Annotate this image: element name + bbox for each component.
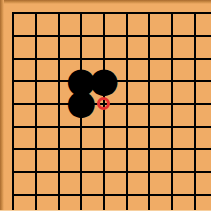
intersection-8-7[interactable] bbox=[161, 138, 184, 161]
intersection-2-5[interactable] bbox=[25, 93, 48, 116]
board-intersections: ●●● bbox=[2, 2, 206, 206]
intersection-7-6[interactable] bbox=[138, 115, 161, 138]
intersection-6-9[interactable] bbox=[115, 183, 138, 206]
go-board-diagram: ●●● bbox=[0, 0, 211, 211]
intersection-7-3[interactable] bbox=[138, 47, 161, 70]
board-frame-top-edge bbox=[0, 0, 211, 4]
intersection-1-5[interactable] bbox=[2, 93, 25, 116]
intersection-9-6[interactable] bbox=[183, 115, 206, 138]
intersection-5-8[interactable] bbox=[93, 161, 116, 184]
intersection-8-6[interactable] bbox=[161, 115, 184, 138]
intersection-8-5[interactable] bbox=[161, 93, 184, 116]
intersection-5-1[interactable] bbox=[93, 2, 116, 25]
intersection-2-2[interactable] bbox=[25, 25, 48, 48]
intersection-8-3[interactable] bbox=[161, 47, 184, 70]
intersection-9-2[interactable] bbox=[183, 25, 206, 48]
intersection-9-5[interactable] bbox=[183, 93, 206, 116]
intersection-2-3[interactable] bbox=[25, 47, 48, 70]
intersection-9-1[interactable] bbox=[183, 2, 206, 25]
black-stone: ● bbox=[66, 85, 97, 120]
intersection-4-9[interactable] bbox=[70, 183, 93, 206]
intersection-6-1[interactable] bbox=[115, 2, 138, 25]
intersection-1-4[interactable] bbox=[2, 70, 25, 93]
board-frame-bottom-highlight bbox=[0, 210, 211, 211]
intersection-9-4[interactable] bbox=[183, 70, 206, 93]
intersection-8-1[interactable] bbox=[161, 2, 184, 25]
intersection-7-2[interactable] bbox=[138, 25, 161, 48]
intersection-7-9[interactable] bbox=[138, 183, 161, 206]
intersection-7-4[interactable] bbox=[138, 70, 161, 93]
intersection-2-9[interactable] bbox=[25, 183, 48, 206]
intersection-4-7[interactable] bbox=[70, 138, 93, 161]
intersection-4-5[interactable]: ● bbox=[70, 93, 93, 116]
intersection-1-7[interactable] bbox=[2, 138, 25, 161]
intersection-5-2[interactable] bbox=[93, 25, 116, 48]
intersection-3-7[interactable] bbox=[47, 138, 70, 161]
intersection-1-3[interactable] bbox=[2, 47, 25, 70]
intersection-9-7[interactable] bbox=[183, 138, 206, 161]
intersection-1-1[interactable] bbox=[2, 2, 25, 25]
intersection-3-1[interactable] bbox=[47, 2, 70, 25]
intersection-2-7[interactable] bbox=[25, 138, 48, 161]
intersection-2-8[interactable] bbox=[25, 161, 48, 184]
intersection-2-1[interactable] bbox=[25, 2, 48, 25]
intersection-8-2[interactable] bbox=[161, 25, 184, 48]
intersection-6-2[interactable] bbox=[115, 25, 138, 48]
intersection-7-8[interactable] bbox=[138, 161, 161, 184]
intersection-1-8[interactable] bbox=[2, 161, 25, 184]
intersection-5-9[interactable] bbox=[93, 183, 116, 206]
intersection-9-9[interactable] bbox=[183, 183, 206, 206]
intersection-1-9[interactable] bbox=[2, 183, 25, 206]
intersection-8-4[interactable] bbox=[161, 70, 184, 93]
intersection-9-3[interactable] bbox=[183, 47, 206, 70]
board-frame-left-edge bbox=[0, 0, 4, 211]
intersection-3-2[interactable] bbox=[47, 25, 70, 48]
intersection-6-8[interactable] bbox=[115, 161, 138, 184]
intersection-9-8[interactable] bbox=[183, 161, 206, 184]
intersection-6-6[interactable] bbox=[115, 115, 138, 138]
intersection-8-9[interactable] bbox=[161, 183, 184, 206]
intersection-3-9[interactable] bbox=[47, 183, 70, 206]
intersection-7-1[interactable] bbox=[138, 2, 161, 25]
intersection-1-6[interactable] bbox=[2, 115, 25, 138]
intersection-2-6[interactable] bbox=[25, 115, 48, 138]
intersection-7-7[interactable] bbox=[138, 138, 161, 161]
intersection-4-1[interactable] bbox=[70, 2, 93, 25]
intersection-4-8[interactable] bbox=[70, 161, 93, 184]
intersection-7-5[interactable] bbox=[138, 93, 161, 116]
intersection-2-4[interactable] bbox=[25, 70, 48, 93]
intersection-1-2[interactable] bbox=[2, 25, 25, 48]
intersection-4-2[interactable] bbox=[70, 25, 93, 48]
intersection-3-8[interactable] bbox=[47, 161, 70, 184]
intersection-5-7[interactable] bbox=[93, 138, 116, 161]
intersection-6-7[interactable] bbox=[115, 138, 138, 161]
intersection-8-8[interactable] bbox=[161, 161, 184, 184]
